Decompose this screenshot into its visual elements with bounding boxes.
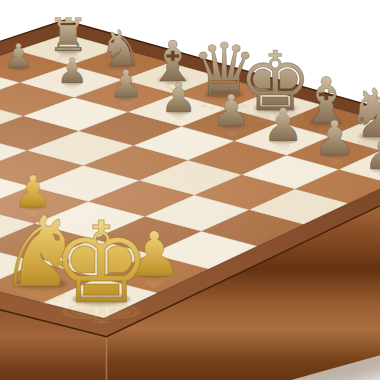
piece-black-pawn-a7: ♟ <box>3 36 33 76</box>
piece-black-pawn-h7: ♟ <box>363 122 380 181</box>
piece-black-pawn-g7: ♟ <box>313 110 356 166</box>
piece-white-king-h1: ♚ <box>51 198 151 328</box>
piece-black-pawn-c7: ♟ <box>109 62 143 106</box>
piece-black-pawn-e7: ♟ <box>211 85 250 136</box>
piece-black-pawn-d7: ♟ <box>160 74 197 122</box>
piece-black-pawn-f7: ♟ <box>262 98 303 152</box>
chess-board-3d: ♜♜♞♞♝♝♛♛♚♚♝♝♞♞♜♜♟♟♟♟♟♟♟♟♟♟♟♟♟♟♟♟♟♟♟♟♟♟♞♞… <box>0 0 380 380</box>
chess-set-product-photo: ♜♜♞♞♝♝♛♛♚♚♝♝♞♞♜♜♟♟♟♟♟♟♟♟♟♟♟♟♟♟♟♟♟♟♟♟♟♟♞♞… <box>0 0 380 380</box>
piece-black-pawn-b7: ♟ <box>57 51 88 91</box>
